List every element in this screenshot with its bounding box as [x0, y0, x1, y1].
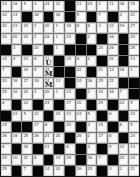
grid-cell[interactable]: 4 [119, 12, 129, 22]
cell-number: 6 [66, 144, 68, 149]
grid-cell[interactable]: 22 [108, 78, 118, 88]
blocked-cell [108, 155, 118, 165]
grid-cell[interactable]: 18 [65, 23, 75, 33]
grid-cell[interactable]: 17 [22, 78, 32, 88]
blocked-cell [44, 12, 54, 22]
cell-number: 2 [34, 23, 36, 28]
grid-cell[interactable]: 6 [65, 144, 75, 154]
cell-number: 26 [109, 45, 114, 50]
cell-number: 16 [88, 155, 93, 160]
grid-cell[interactable]: 14 [54, 155, 64, 165]
grid-cell[interactable]: 3 [87, 122, 97, 132]
cell-number: 12 [109, 23, 114, 28]
cell-number: 15 [130, 1, 135, 6]
blocked-cell [76, 122, 86, 132]
grid-cell[interactable]: 20 [44, 89, 54, 99]
blocked-cell [65, 12, 75, 22]
grid-cell[interactable]: 13 [129, 56, 139, 66]
cell-number: 24 [23, 23, 28, 28]
cell-number: 25 [88, 166, 93, 171]
grid-cell[interactable]: 24M [44, 78, 54, 88]
grid-cell[interactable]: 26 [76, 166, 86, 176]
cell-number: 5 [130, 100, 132, 105]
cell-number: 2 [98, 1, 100, 6]
blocked-cell [87, 67, 97, 77]
grid-cell[interactable]: 20 [1, 78, 11, 88]
grid-cell[interactable]: 5 [129, 122, 139, 132]
grid-cell[interactable]: 14 [44, 166, 54, 176]
cell-number: 12 [120, 144, 125, 149]
cell-number: 2 [120, 166, 122, 171]
blocked-cell [22, 12, 32, 22]
cell-number: 24 [66, 34, 71, 39]
blocked-cell [12, 144, 22, 154]
grid-cell[interactable]: 24 [22, 23, 32, 33]
cell-number: 16 [13, 78, 18, 83]
cell-number: 2 [88, 56, 90, 61]
grid-cell[interactable]: 20 [54, 166, 64, 176]
grid-cell[interactable]: 17 [97, 133, 107, 143]
grid-cell[interactable]: 25 [97, 78, 107, 88]
grid-cell[interactable]: 5 [22, 111, 32, 121]
cell-number: 17 [23, 78, 28, 83]
grid-cell[interactable]: 5 [76, 12, 86, 22]
cell-number: 7 [23, 166, 25, 171]
cell-number: 22 [109, 78, 114, 83]
blocked-cell [76, 34, 86, 44]
blocked-cell [54, 100, 64, 110]
blocked-cell [1, 111, 11, 121]
blocked-cell [97, 144, 107, 154]
cell-number: 18 [109, 89, 114, 94]
grid-cell[interactable]: 25 [129, 45, 139, 55]
grid-cell[interactable]: 19 [119, 23, 129, 33]
cell-number: 18 [34, 12, 39, 17]
cell-number: 10 [2, 34, 7, 39]
cell-number: 17 [130, 23, 135, 28]
grid-cell[interactable]: 2 [87, 133, 97, 143]
blocked-cell [119, 111, 129, 121]
grid-cell[interactable]: 2 [87, 89, 97, 99]
cell-number: 24 [55, 111, 60, 116]
cell-number: 17 [66, 100, 71, 105]
grid-cell[interactable]: 22 [76, 67, 86, 77]
grid-cell[interactable]: 10 [12, 89, 22, 99]
grid-cell[interactable]: 8 [33, 155, 43, 165]
cell-number: 6 [109, 111, 111, 116]
grid-cell[interactable]: 24 [65, 34, 75, 44]
blocked-cell [119, 56, 129, 66]
cell-number: 6 [120, 122, 122, 127]
cell-number: 18 [66, 23, 71, 28]
cell-number: 7 [120, 89, 122, 94]
grid-cell[interactable]: 25 [65, 155, 75, 165]
cell-number: 20 [120, 155, 125, 160]
grid-cell[interactable]: 23 [12, 23, 22, 33]
grid-cell[interactable]: 26 [108, 45, 118, 55]
cell-number: 10 [13, 89, 18, 94]
grid-cell[interactable]: 2 [87, 56, 97, 66]
grid-cell[interactable]: 17 [65, 100, 75, 110]
blocked-cell [12, 122, 22, 132]
cell-number: 5 [88, 111, 90, 116]
cell-number: 24 [45, 1, 50, 6]
grid-cell[interactable]: 20 [12, 34, 22, 44]
cell-number: 25 [98, 78, 103, 83]
grid-cell[interactable]: 2 [87, 34, 97, 44]
blocked-cell [108, 12, 118, 22]
blocked-cell [65, 67, 75, 77]
grid-cell[interactable]: 24 [97, 45, 107, 55]
grid-cell[interactable]: 12 [33, 111, 43, 121]
grid-cell[interactable]: 12 [54, 1, 64, 11]
cell-number: 1 [55, 45, 57, 50]
grid-cell[interactable]: 8 [1, 144, 11, 154]
grid-cell[interactable]: 24 [65, 56, 75, 66]
cell-number: 26 [77, 166, 82, 171]
grid-cell[interactable]: 16 [108, 34, 118, 44]
grid-cell[interactable]: 16 [54, 12, 64, 22]
grid-cell[interactable]: 12 [108, 23, 118, 33]
cell-number: 26 [34, 133, 39, 138]
cell-number: 24 [98, 45, 103, 50]
grid-cell[interactable]: 7 [1, 67, 11, 77]
grid-cell[interactable]: 23 [1, 1, 11, 11]
blocked-cell [65, 166, 75, 176]
grid-cell[interactable]: 7 [97, 12, 107, 22]
cell-number: 8 [77, 23, 79, 28]
grid-cell[interactable]: 17 [33, 122, 43, 132]
grid-cell[interactable]: 13 [108, 67, 118, 77]
grid-cell[interactable]: 24 [76, 78, 86, 88]
blocked-cell [44, 111, 54, 121]
grid-cell[interactable]: 4 [87, 144, 97, 154]
grid-cell[interactable]: 7 [119, 89, 129, 99]
grid-cell[interactable]: 7 [22, 166, 32, 176]
grid-cell[interactable]: 24 [119, 100, 129, 110]
cell-number: 23 [23, 56, 28, 61]
cell-number: 20 [130, 34, 135, 39]
grid-cell[interactable]: 11 [108, 1, 118, 11]
grid-cell[interactable]: 24 [65, 89, 75, 99]
cell-number: 20 [45, 89, 50, 94]
cell-number: 4 [120, 12, 122, 17]
grid-cell[interactable]: 4 [12, 56, 22, 66]
cell-number: 13 [66, 111, 71, 116]
grid-cell[interactable]: 1 [129, 67, 139, 77]
blocked-cell [12, 166, 22, 176]
cell-number: 8 [45, 122, 47, 127]
grid-cell[interactable]: 26 [76, 133, 86, 143]
grid-cell[interactable]: 13 [54, 78, 64, 88]
cell-number: 11 [77, 1, 82, 6]
grid-cell[interactable]: 16 [12, 78, 22, 88]
cell-number: 3 [109, 166, 111, 171]
cell-number: 14 [45, 166, 50, 171]
grid-cell[interactable]: 5 [129, 100, 139, 110]
cell-number: 5 [23, 1, 25, 6]
blocked-cell [12, 67, 22, 77]
cell-number: 3 [13, 45, 15, 50]
cell-number: 21 [23, 155, 28, 160]
blocked-cell [54, 56, 64, 66]
grid-cell[interactable]: 23 [22, 56, 32, 66]
grid-cell[interactable]: 25 [97, 100, 107, 110]
grid-cell[interactable]: 13 [129, 144, 139, 154]
cell-number: 24 [88, 1, 93, 6]
cell-number: 24 [2, 155, 7, 160]
grid-cell[interactable]: 25 [22, 133, 32, 143]
grid-cell[interactable]: 24M [44, 67, 54, 77]
grid-cell[interactable]: 10 [12, 155, 22, 165]
grid-cell[interactable]: 1 [54, 45, 64, 55]
cell-letter: M [44, 81, 54, 88]
cell-number: 2 [34, 89, 36, 94]
grid-cell[interactable]: 14 [1, 56, 11, 66]
grid-cell[interactable]: 5 [33, 67, 43, 77]
blocked-cell [119, 34, 129, 44]
cell-number: 4 [13, 56, 15, 61]
blocked-cell [1, 45, 11, 55]
grid-cell[interactable]: 21 [44, 144, 54, 154]
blocked-cell [119, 45, 129, 55]
grid-cell[interactable]: 2 [33, 23, 43, 33]
cell-number: 7 [2, 67, 4, 72]
grid-cell[interactable]: 26 [44, 34, 54, 44]
grid-cell[interactable]: 15 [129, 1, 139, 11]
grid-cell[interactable]: 20 [33, 45, 43, 55]
blocked-cell [54, 144, 64, 154]
grid-cell[interactable]: 24 [76, 111, 86, 121]
blocked-cell [44, 155, 54, 165]
grid-cell[interactable]: 24 [1, 122, 11, 132]
cell-number: 25 [98, 100, 103, 105]
cell-number: 5 [130, 122, 132, 127]
blocked-cell [76, 45, 86, 55]
cell-number: 20 [55, 166, 60, 171]
grid-cell[interactable]: 2 [97, 1, 107, 11]
cell-number: 21 [130, 166, 135, 171]
cell-number: 8 [34, 56, 36, 61]
grid-cell[interactable]: 16 [12, 1, 22, 11]
grid-cell[interactable]: 3 [97, 23, 107, 33]
grid-cell[interactable]: 10 [1, 12, 11, 22]
cell-number: 1 [55, 23, 57, 28]
grid-cell[interactable]: 12 [119, 144, 129, 154]
cell-number: 3 [98, 23, 100, 28]
grid-cell[interactable]: 23 [22, 100, 32, 110]
grid-cell[interactable]: 8 [76, 23, 86, 33]
grid-cell[interactable]: 3 [12, 45, 22, 55]
cell-number: 18 [34, 78, 39, 83]
cell-number: 20 [55, 133, 60, 138]
cell-number: 16 [13, 1, 18, 6]
cell-number: 26 [2, 133, 7, 138]
blocked-cell [97, 166, 107, 176]
cell-number: 19 [120, 23, 125, 28]
grid-cell[interactable]: 10 [1, 34, 11, 44]
grid-cell[interactable]: 14 [12, 12, 22, 22]
cell-number: 16 [13, 133, 18, 138]
cell-number: 2 [34, 34, 36, 39]
cell-number: 26 [88, 78, 93, 83]
grid-cell[interactable]: 18 [22, 144, 32, 154]
grid-cell[interactable]: 20 [1, 23, 11, 33]
cell-number: 20 [13, 34, 18, 39]
grid-cell[interactable]: 5 [22, 1, 32, 11]
grid-cell[interactable]: 24 [1, 155, 11, 165]
grid-cell[interactable]: 1 [54, 89, 64, 99]
grid-cell[interactable]: 24 [44, 100, 54, 110]
grid-cell[interactable]: 24 [129, 111, 139, 121]
grid-cell[interactable]: 3 [108, 166, 118, 176]
cell-number: 23 [23, 100, 28, 105]
cell-number: 21 [130, 12, 135, 17]
grid-cell[interactable]: 22 [108, 56, 118, 66]
cell-number: 5 [23, 111, 25, 116]
cell-number: 24 [120, 100, 125, 105]
grid-cell[interactable]: 1 [54, 23, 64, 33]
cell-number: 16 [109, 34, 114, 39]
grid-cell[interactable]: 2 [119, 166, 129, 176]
grid-cell[interactable]: 20 [76, 100, 86, 110]
cell-number: 10 [98, 89, 103, 94]
grid-cell[interactable]: 5 [108, 144, 118, 154]
cell-letter: M [44, 70, 54, 77]
cell-number: 17 [98, 133, 103, 138]
blocked-cell [65, 1, 75, 11]
grid-cell[interactable]: 8 [1, 100, 11, 110]
grid-cell[interactable]: 21 [97, 67, 107, 77]
grid-cell[interactable]: 8 [44, 122, 54, 132]
grid-cell[interactable]: 18 [33, 12, 43, 22]
grid-cell[interactable]: 11U [44, 56, 54, 66]
grid-cell[interactable]: 24 [44, 133, 54, 143]
grid-cell[interactable]: 6 [76, 56, 86, 66]
grid-cell[interactable]: 8 [33, 56, 43, 66]
grid-cell[interactable]: 18 [33, 78, 43, 88]
grid-cell[interactable]: 16 [119, 1, 129, 11]
grid-cell[interactable]: 6 [87, 23, 97, 33]
grid-cell[interactable]: 20 [129, 34, 139, 44]
cell-number: 24 [23, 34, 28, 39]
grid-cell[interactable]: 16 [119, 67, 129, 77]
cell-number: 1 [130, 67, 132, 72]
grid-cell[interactable]: 16 [87, 155, 97, 165]
grid-cell[interactable]: 2 [33, 89, 43, 99]
grid-cell[interactable]: 16 [12, 133, 22, 143]
grid-cell[interactable]: 25 [1, 166, 11, 176]
grid-cell[interactable]: 26 [1, 133, 11, 143]
cell-number: 25 [66, 155, 71, 160]
grid-cell[interactable]: 6 [119, 122, 129, 132]
cell-number: 4 [88, 144, 90, 149]
codeword-grid: 2316542412112421116151014181657421202324… [0, 0, 140, 177]
cell-number: 20 [45, 23, 50, 28]
cell-number: 22 [109, 56, 114, 61]
grid-cell[interactable]: 19 [22, 67, 32, 77]
grid-cell[interactable]: 7 [97, 155, 107, 165]
grid-cell[interactable]: 24 [129, 155, 139, 165]
grid-cell[interactable]: 18 [108, 89, 118, 99]
grid-cell[interactable]: 10 [97, 89, 107, 99]
grid-cell[interactable]: 4 [33, 1, 43, 11]
grid-cell[interactable]: 1 [54, 34, 64, 44]
grid-cell[interactable]: 26 [33, 133, 43, 143]
grid-cell[interactable]: 21 [22, 155, 32, 165]
cell-number: 1 [55, 89, 57, 94]
grid-cell[interactable]: 15 [97, 122, 107, 132]
cell-number: 20 [77, 100, 82, 105]
cell-number: 20 [34, 45, 39, 50]
cell-number: 25 [2, 166, 7, 171]
blocked-cell [65, 133, 75, 143]
blocked-cell [33, 144, 43, 154]
blocked-cell [87, 45, 97, 55]
grid-cell[interactable]: 20 [119, 155, 129, 165]
grid-cell[interactable]: 24 [22, 89, 32, 99]
grid-cell[interactable]: 2 [33, 34, 43, 44]
grid-cell[interactable]: 8 [108, 133, 118, 143]
cell-number: 5 [109, 144, 111, 149]
cell-number: 8 [109, 133, 111, 138]
grid-cell[interactable]: 23 [12, 111, 22, 121]
blocked-cell [76, 144, 86, 154]
cell-number: 16 [55, 12, 60, 17]
grid-cell[interactable]: 25 [1, 89, 11, 99]
grid-cell[interactable]: 5 [87, 111, 97, 121]
cell-number: 12 [55, 1, 60, 6]
blocked-cell [33, 166, 43, 176]
grid-cell[interactable]: 11 [76, 1, 86, 11]
grid-cell[interactable]: 6 [108, 111, 118, 121]
cell-number: 23 [13, 23, 18, 28]
grid-cell[interactable]: 20 [65, 122, 75, 132]
cell-number: 24 [77, 111, 82, 116]
blocked-cell [87, 100, 97, 110]
cell-number: 24 [130, 133, 135, 138]
cell-number: 19 [23, 67, 28, 72]
grid-cell[interactable]: 25 [87, 166, 97, 176]
grid-cell[interactable]: 17 [129, 23, 139, 33]
cell-number: 24 [45, 100, 50, 105]
cell-number: 13 [130, 144, 135, 149]
grid-cell[interactable]: 24 [129, 133, 139, 143]
grid-cell[interactable]: 21 [129, 166, 139, 176]
grid-cell[interactable]: 21 [129, 12, 139, 22]
grid-cell[interactable]: 24 [22, 34, 32, 44]
blocked-cell [76, 155, 86, 165]
blocked-cell [54, 67, 64, 77]
grid-cell[interactable]: 24 [87, 1, 97, 11]
cell-number: 20 [2, 78, 7, 83]
grid-cell[interactable]: 20 [44, 23, 54, 33]
cell-number: 4 [34, 1, 36, 6]
cell-number: 18 [23, 144, 28, 149]
cell-number: 11 [109, 1, 114, 6]
blocked-cell [65, 78, 75, 88]
blocked-cell [129, 78, 139, 88]
grid-cell[interactable]: 26 [87, 78, 97, 88]
grid-cell[interactable]: 24 [44, 1, 54, 11]
grid-cell[interactable]: 24 [54, 111, 64, 121]
cell-number: 17 [34, 122, 39, 127]
cell-number: 14 [2, 56, 7, 61]
cell-number: 10 [13, 155, 18, 160]
grid-cell[interactable]: 13 [65, 111, 75, 121]
grid-cell[interactable]: 20 [54, 133, 64, 143]
blocked-cell [87, 12, 97, 22]
